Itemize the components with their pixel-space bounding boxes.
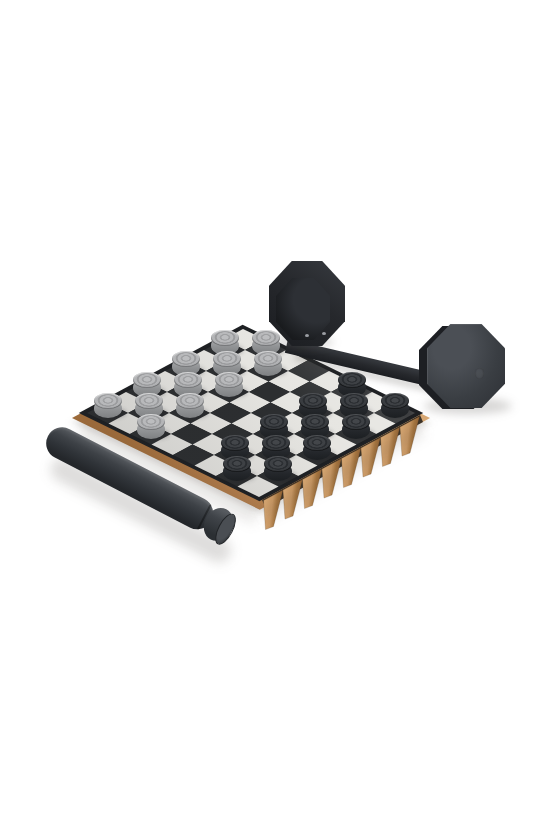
piece-top <box>174 372 202 388</box>
black-checker <box>222 456 252 484</box>
black-checker <box>341 414 371 442</box>
piece-top <box>133 372 161 388</box>
piece-top <box>94 393 122 409</box>
piece-top <box>254 351 282 367</box>
piece-top <box>252 330 280 346</box>
octagon-opening <box>276 278 330 340</box>
piece-top <box>223 456 251 472</box>
piece-top <box>299 393 327 409</box>
grey-checker <box>253 351 283 379</box>
piece-top <box>213 351 241 367</box>
embossed-logo-icon <box>475 368 484 379</box>
piece-top <box>303 435 331 451</box>
piece-top <box>172 351 200 367</box>
piece-top <box>342 414 370 430</box>
piece-top <box>340 393 368 409</box>
black-checker <box>380 393 410 421</box>
piece-top <box>137 414 165 430</box>
octagon-face <box>427 324 505 408</box>
black-checker <box>302 435 332 463</box>
grey-checker <box>175 393 205 421</box>
octagon-end-cap-right <box>419 324 505 410</box>
piece-top <box>135 393 163 409</box>
grey-checker <box>93 393 123 421</box>
piece-top <box>221 435 249 451</box>
piece-top <box>262 435 290 451</box>
piece-top <box>264 456 292 472</box>
piece-top <box>338 372 366 388</box>
piece-top <box>215 372 243 388</box>
piece-top <box>211 330 239 346</box>
rivet-icon <box>322 332 326 335</box>
grey-checker <box>214 372 244 400</box>
piece-top <box>176 393 204 409</box>
rivet-icon <box>305 334 309 337</box>
piece-top <box>260 414 288 430</box>
piece-top <box>381 393 409 409</box>
product-photo-scene <box>0 0 540 813</box>
black-checker <box>263 456 293 484</box>
grey-checker <box>136 414 166 442</box>
piece-top <box>301 414 329 430</box>
